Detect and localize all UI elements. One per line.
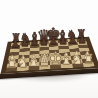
dark-pawn-h7[interactable]: ♟ xyxy=(77,34,87,44)
light-king-e1[interactable]: ♚ xyxy=(46,50,64,68)
dark-pawn-b7[interactable]: ♟ xyxy=(20,37,30,47)
chess-set-photo: ♜♞♝♛♚♝♞♜♟♟♟♟♟♟♟♟♟♟♟♟♟♟♟♟♜♞♝♛♚♝♞♜ xyxy=(0,0,98,98)
dark-pawn-c7[interactable]: ♟ xyxy=(29,36,39,46)
light-knight-b1[interactable]: ♞ xyxy=(16,56,29,69)
dark-pawn-g7[interactable]: ♟ xyxy=(67,34,77,44)
light-rook-h1[interactable]: ♜ xyxy=(82,53,94,65)
dark-pawn-e7[interactable]: ♟ xyxy=(48,35,58,45)
